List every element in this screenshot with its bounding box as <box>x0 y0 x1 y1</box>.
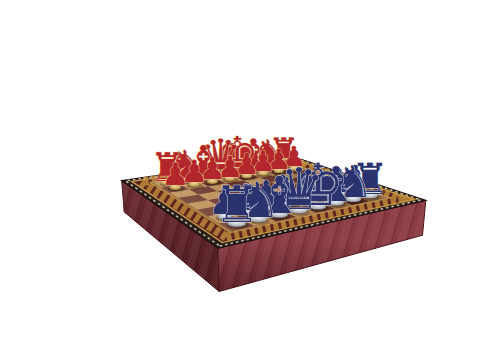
piece-glyph-rook: ♜ <box>214 175 259 234</box>
piece-glyph-pawn: ♟ <box>161 156 189 192</box>
piece-white-rook-a1[interactable]: ♜ <box>214 175 259 234</box>
piece-black-pawn-a7[interactable]: ♟ <box>161 156 189 192</box>
chess-set-scene: ♜♞♟♝♟♚♟♛♟♝♟♞♟♜♟♟♟♟♜♟♞♟♝♟♚♟♛♟♝♟♞♜ <box>0 0 480 360</box>
chess-set-product-photo: ♜♞♟♝♟♚♟♛♟♝♟♞♟♜♟♟♟♟♜♟♞♟♝♟♚♟♛♟♝♟♞♜ <box>0 0 480 360</box>
